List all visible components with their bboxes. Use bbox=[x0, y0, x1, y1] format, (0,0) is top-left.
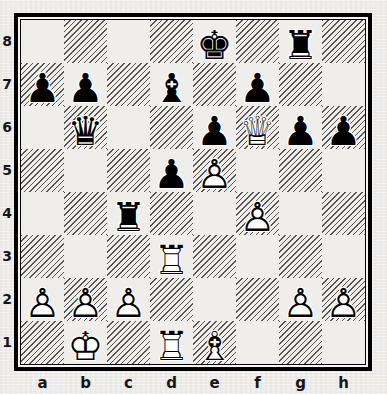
file-label-d: d bbox=[150, 373, 193, 393]
square-e3[interactable] bbox=[193, 235, 236, 278]
square-a3[interactable] bbox=[21, 235, 64, 278]
square-f1[interactable] bbox=[236, 321, 279, 364]
black-pawn-e6: ♟♟ bbox=[193, 106, 236, 149]
square-e2[interactable] bbox=[193, 278, 236, 321]
square-h4[interactable] bbox=[322, 192, 365, 235]
white-pawn-e5: ♟♙ bbox=[193, 149, 236, 192]
square-c5[interactable] bbox=[107, 149, 150, 192]
square-h5[interactable] bbox=[322, 149, 365, 192]
black-pawn-b7: ♟♟ bbox=[64, 63, 107, 106]
black-king-e8: ♚♚ bbox=[193, 20, 236, 63]
square-g5[interactable] bbox=[279, 149, 322, 192]
rank-label-8: 8 bbox=[0, 20, 14, 63]
square-f3[interactable] bbox=[236, 235, 279, 278]
square-a7[interactable]: ♟♟ bbox=[21, 63, 64, 106]
square-f6[interactable]: ♛♕ bbox=[236, 106, 279, 149]
square-e1[interactable]: ♝♗ bbox=[193, 321, 236, 364]
white-pawn-h2: ♟♙ bbox=[322, 278, 365, 321]
white-bishop-e1: ♝♗ bbox=[193, 321, 236, 364]
square-a6[interactable] bbox=[21, 106, 64, 149]
square-e5[interactable]: ♟♙ bbox=[193, 149, 236, 192]
square-b3[interactable] bbox=[64, 235, 107, 278]
square-g6[interactable]: ♟♟ bbox=[279, 106, 322, 149]
square-f4[interactable]: ♟♙ bbox=[236, 192, 279, 235]
square-d3[interactable]: ♜♖ bbox=[150, 235, 193, 278]
white-pawn-c2: ♟♙ bbox=[107, 278, 150, 321]
file-labels: abcdefgh bbox=[21, 373, 365, 393]
black-bishop-d7: ♝♝ bbox=[150, 63, 193, 106]
square-c1[interactable] bbox=[107, 321, 150, 364]
square-c7[interactable] bbox=[107, 63, 150, 106]
chess-diagram: 87654321 ♚♚♜♜♟♟♟♟♝♝♟♟♛♛♟♟♛♕♟♟♟♟♟♟♟♙♜♜♟♙♜… bbox=[0, 0, 387, 394]
square-a1[interactable] bbox=[21, 321, 64, 364]
square-h1[interactable] bbox=[322, 321, 365, 364]
black-pawn-g6: ♟♟ bbox=[279, 106, 322, 149]
square-h8[interactable] bbox=[322, 20, 365, 63]
square-c6[interactable] bbox=[107, 106, 150, 149]
square-h7[interactable] bbox=[322, 63, 365, 106]
black-queen-b6: ♛♛ bbox=[64, 106, 107, 149]
file-label-f: f bbox=[236, 373, 279, 393]
square-d5[interactable]: ♟♟ bbox=[150, 149, 193, 192]
square-c3[interactable] bbox=[107, 235, 150, 278]
white-pawn-a2: ♟♙ bbox=[21, 278, 64, 321]
black-rook-c4: ♜♜ bbox=[107, 192, 150, 235]
square-e8[interactable]: ♚♚ bbox=[193, 20, 236, 63]
square-d4[interactable] bbox=[150, 192, 193, 235]
square-g4[interactable] bbox=[279, 192, 322, 235]
square-g2[interactable]: ♟♙ bbox=[279, 278, 322, 321]
square-a5[interactable] bbox=[21, 149, 64, 192]
square-g7[interactable] bbox=[279, 63, 322, 106]
square-b2[interactable]: ♟♙ bbox=[64, 278, 107, 321]
square-d8[interactable] bbox=[150, 20, 193, 63]
file-label-g: g bbox=[279, 373, 322, 393]
rank-label-2: 2 bbox=[0, 278, 14, 321]
black-pawn-a7: ♟♟ bbox=[21, 63, 64, 106]
square-e7[interactable] bbox=[193, 63, 236, 106]
white-rook-d1: ♜♖ bbox=[150, 321, 193, 364]
white-pawn-f4: ♟♙ bbox=[236, 192, 279, 235]
square-b4[interactable] bbox=[64, 192, 107, 235]
file-label-c: c bbox=[107, 373, 150, 393]
square-b7[interactable]: ♟♟ bbox=[64, 63, 107, 106]
square-d1[interactable]: ♜♖ bbox=[150, 321, 193, 364]
file-label-h: h bbox=[322, 373, 365, 393]
square-a8[interactable] bbox=[21, 20, 64, 63]
square-h6[interactable]: ♟♟ bbox=[322, 106, 365, 149]
square-g1[interactable] bbox=[279, 321, 322, 364]
square-g8[interactable]: ♜♜ bbox=[279, 20, 322, 63]
black-pawn-h6: ♟♟ bbox=[322, 106, 365, 149]
rank-label-5: 5 bbox=[0, 149, 14, 192]
file-label-b: b bbox=[64, 373, 107, 393]
white-pawn-b2: ♟♙ bbox=[64, 278, 107, 321]
square-c8[interactable] bbox=[107, 20, 150, 63]
file-label-e: e bbox=[193, 373, 236, 393]
square-c2[interactable]: ♟♙ bbox=[107, 278, 150, 321]
square-f8[interactable] bbox=[236, 20, 279, 63]
white-queen-f6: ♛♕ bbox=[236, 106, 279, 149]
square-c4[interactable]: ♜♜ bbox=[107, 192, 150, 235]
square-b8[interactable] bbox=[64, 20, 107, 63]
square-g3[interactable] bbox=[279, 235, 322, 278]
square-f2[interactable] bbox=[236, 278, 279, 321]
square-h3[interactable] bbox=[322, 235, 365, 278]
square-b5[interactable] bbox=[64, 149, 107, 192]
square-d7[interactable]: ♝♝ bbox=[150, 63, 193, 106]
square-d6[interactable] bbox=[150, 106, 193, 149]
white-king-b1: ♚♔ bbox=[64, 321, 107, 364]
black-rook-g8: ♜♜ bbox=[279, 20, 322, 63]
file-label-a: a bbox=[21, 373, 64, 393]
square-e6[interactable]: ♟♟ bbox=[193, 106, 236, 149]
square-a2[interactable]: ♟♙ bbox=[21, 278, 64, 321]
square-d2[interactable] bbox=[150, 278, 193, 321]
rank-label-7: 7 bbox=[0, 63, 14, 106]
square-f7[interactable]: ♟♟ bbox=[236, 63, 279, 106]
square-b1[interactable]: ♚♔ bbox=[64, 321, 107, 364]
chess-board: ♚♚♜♜♟♟♟♟♝♝♟♟♛♛♟♟♛♕♟♟♟♟♟♟♟♙♜♜♟♙♜♖♟♙♟♙♟♙♟♙… bbox=[14, 13, 372, 371]
rank-label-3: 3 bbox=[0, 235, 14, 278]
rank-labels: 87654321 bbox=[0, 20, 14, 364]
square-h2[interactable]: ♟♙ bbox=[322, 278, 365, 321]
white-pawn-g2: ♟♙ bbox=[279, 278, 322, 321]
board-grid: ♚♚♜♜♟♟♟♟♝♝♟♟♛♛♟♟♛♕♟♟♟♟♟♟♟♙♜♜♟♙♜♖♟♙♟♙♟♙♟♙… bbox=[20, 19, 366, 365]
white-rook-d3: ♜♖ bbox=[150, 235, 193, 278]
square-f5[interactable] bbox=[236, 149, 279, 192]
black-pawn-f7: ♟♟ bbox=[236, 63, 279, 106]
square-a4[interactable] bbox=[21, 192, 64, 235]
square-b6[interactable]: ♛♛ bbox=[64, 106, 107, 149]
rank-label-1: 1 bbox=[0, 321, 14, 364]
rank-label-6: 6 bbox=[0, 106, 14, 149]
square-e4[interactable] bbox=[193, 192, 236, 235]
rank-label-4: 4 bbox=[0, 192, 14, 235]
black-pawn-d5: ♟♟ bbox=[150, 149, 193, 192]
